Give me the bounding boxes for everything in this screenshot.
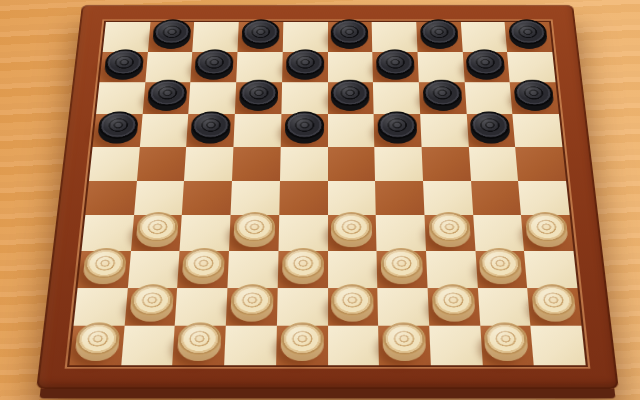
square-29[interactable]: [375, 181, 424, 216]
black-man-6[interactable]: [103, 54, 143, 80]
square-r3c1[interactable]: [96, 83, 145, 115]
square-r9c5[interactable]: [277, 288, 328, 326]
square-r1c3[interactable]: [193, 22, 239, 52]
square-r2c10[interactable]: [507, 52, 555, 83]
square-r7c7[interactable]: [376, 215, 426, 251]
square-8[interactable]: [282, 52, 328, 83]
square-r4c4[interactable]: [234, 114, 282, 147]
square-r7c3[interactable]: [180, 215, 231, 251]
white-man-32[interactable]: [233, 217, 275, 247]
white-man-40[interactable]: [479, 253, 523, 284]
square-r8c6[interactable]: [328, 251, 378, 288]
square-15[interactable]: [510, 83, 559, 115]
play-area: [69, 22, 585, 365]
white-man-36[interactable]: [82, 253, 127, 284]
square-r8c4[interactable]: [228, 251, 279, 288]
black-man-7[interactable]: [195, 54, 234, 80]
square-r7c9[interactable]: [473, 215, 524, 251]
square-r10c4[interactable]: [224, 326, 276, 365]
black-man-1[interactable]: [152, 24, 191, 49]
black-man-14[interactable]: [422, 84, 462, 111]
square-39[interactable]: [377, 251, 428, 288]
square-r6c6[interactable]: [328, 181, 376, 216]
square-40[interactable]: [475, 251, 527, 288]
black-man-2[interactable]: [241, 24, 279, 49]
white-man-34[interactable]: [428, 217, 471, 247]
white-man-39[interactable]: [381, 253, 424, 284]
square-18[interactable]: [281, 114, 328, 147]
black-man-13[interactable]: [331, 84, 370, 111]
square-46[interactable]: [69, 326, 124, 365]
square-r1c9[interactable]: [460, 22, 507, 52]
black-man-10[interactable]: [466, 54, 506, 80]
square-r9c1[interactable]: [74, 288, 128, 326]
white-man-49[interactable]: [382, 328, 426, 361]
white-man-31[interactable]: [135, 217, 178, 247]
square-37[interactable]: [178, 251, 230, 288]
square-43[interactable]: [328, 288, 379, 326]
square-21[interactable]: [137, 147, 187, 181]
square-r8c8[interactable]: [426, 251, 478, 288]
square-13[interactable]: [328, 83, 374, 115]
black-man-15[interactable]: [514, 84, 555, 111]
square-r7c1[interactable]: [82, 215, 134, 251]
square-3[interactable]: [328, 22, 373, 52]
square-10[interactable]: [462, 52, 510, 83]
square-r2c4[interactable]: [236, 52, 282, 83]
black-man-18[interactable]: [284, 116, 323, 143]
white-man-47[interactable]: [177, 328, 222, 361]
white-man-41[interactable]: [129, 290, 174, 322]
square-r4c6[interactable]: [328, 114, 375, 147]
square-r8c10[interactable]: [524, 251, 577, 288]
square-50[interactable]: [480, 326, 534, 365]
white-man-50[interactable]: [484, 328, 529, 361]
square-r4c10[interactable]: [513, 114, 563, 147]
square-r3c3[interactable]: [189, 83, 237, 115]
white-man-33[interactable]: [331, 217, 372, 247]
square-r5c3[interactable]: [184, 147, 233, 181]
square-19[interactable]: [374, 114, 422, 147]
square-r9c3[interactable]: [175, 288, 227, 326]
square-7[interactable]: [191, 52, 238, 83]
black-man-17[interactable]: [191, 116, 232, 143]
black-man-20[interactable]: [470, 116, 511, 143]
square-42[interactable]: [226, 288, 278, 326]
square-1[interactable]: [148, 22, 195, 52]
square-r6c8[interactable]: [423, 181, 473, 216]
square-r7c5[interactable]: [278, 215, 327, 251]
square-r2c6[interactable]: [328, 52, 374, 83]
square-r1c1[interactable]: [103, 22, 150, 52]
square-31[interactable]: [131, 215, 182, 251]
white-man-37[interactable]: [182, 253, 225, 284]
square-24[interactable]: [421, 147, 470, 181]
black-man-5[interactable]: [509, 24, 549, 49]
square-r5c7[interactable]: [374, 147, 422, 181]
square-5[interactable]: [505, 22, 553, 52]
black-man-9[interactable]: [376, 54, 415, 80]
white-man-35[interactable]: [525, 217, 569, 247]
white-man-44[interactable]: [432, 290, 476, 322]
square-r2c8[interactable]: [417, 52, 464, 83]
square-r10c2[interactable]: [121, 326, 175, 365]
white-man-38[interactable]: [282, 253, 324, 284]
square-r3c5[interactable]: [281, 83, 327, 115]
square-r1c5[interactable]: [283, 22, 328, 52]
black-man-11[interactable]: [146, 84, 187, 111]
black-man-8[interactable]: [286, 54, 324, 80]
square-41[interactable]: [124, 288, 177, 326]
square-28[interactable]: [279, 181, 327, 216]
square-27[interactable]: [182, 181, 232, 216]
square-11[interactable]: [142, 83, 190, 115]
square-20[interactable]: [466, 114, 515, 147]
square-r6c2[interactable]: [134, 181, 185, 216]
square-47[interactable]: [173, 326, 226, 365]
square-48[interactable]: [276, 326, 328, 365]
square-49[interactable]: [378, 326, 430, 365]
square-44[interactable]: [427, 288, 479, 326]
square-r9c9[interactable]: [477, 288, 530, 326]
white-man-48[interactable]: [280, 328, 323, 361]
white-man-42[interactable]: [230, 290, 273, 322]
square-35[interactable]: [521, 215, 573, 251]
square-14[interactable]: [419, 83, 467, 115]
square-32[interactable]: [229, 215, 279, 251]
square-23[interactable]: [328, 147, 376, 181]
square-r5c5[interactable]: [280, 147, 328, 181]
square-26[interactable]: [85, 181, 136, 216]
black-man-4[interactable]: [420, 24, 459, 49]
square-36[interactable]: [78, 251, 131, 288]
table-surface: [0, 0, 640, 400]
square-r4c2[interactable]: [140, 114, 189, 147]
black-man-3[interactable]: [331, 24, 369, 49]
square-r1c7[interactable]: [372, 22, 418, 52]
black-man-19[interactable]: [378, 116, 418, 143]
square-17[interactable]: [187, 114, 235, 147]
square-2[interactable]: [238, 22, 284, 52]
square-33[interactable]: [328, 215, 377, 251]
square-r3c9[interactable]: [464, 83, 512, 115]
square-r4c8[interactable]: [420, 114, 468, 147]
square-r2c2[interactable]: [145, 52, 193, 83]
square-r10c10[interactable]: [531, 326, 586, 365]
square-r5c9[interactable]: [468, 147, 518, 181]
white-man-45[interactable]: [532, 290, 577, 322]
square-30[interactable]: [471, 181, 522, 216]
square-22[interactable]: [232, 147, 280, 181]
square-r6c4[interactable]: [231, 181, 280, 216]
square-r5c1[interactable]: [89, 147, 140, 181]
square-r10c8[interactable]: [429, 326, 482, 365]
square-16[interactable]: [93, 114, 143, 147]
square-9[interactable]: [372, 52, 418, 83]
black-man-16[interactable]: [97, 116, 139, 143]
white-man-46[interactable]: [74, 328, 120, 361]
square-6[interactable]: [99, 52, 147, 83]
white-man-43[interactable]: [332, 290, 375, 322]
square-r6c10[interactable]: [518, 181, 569, 216]
square-4[interactable]: [416, 22, 462, 52]
square-r10c6[interactable]: [328, 326, 380, 365]
checkers-board: [36, 5, 619, 389]
square-r9c7[interactable]: [377, 288, 429, 326]
black-man-12[interactable]: [239, 84, 278, 111]
square-25[interactable]: [515, 147, 566, 181]
square-38[interactable]: [278, 251, 328, 288]
square-r3c7[interactable]: [373, 83, 420, 115]
square-45[interactable]: [527, 288, 581, 326]
square-r8c2[interactable]: [128, 251, 180, 288]
square-12[interactable]: [235, 83, 282, 115]
square-34[interactable]: [424, 215, 475, 251]
